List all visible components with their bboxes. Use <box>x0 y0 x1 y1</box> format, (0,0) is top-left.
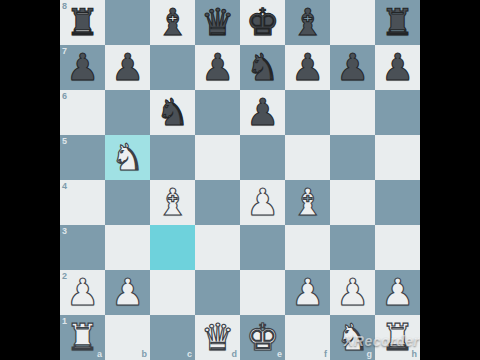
square-f2[interactable]: ♟ <box>285 270 330 315</box>
file-label-h: h <box>412 349 418 359</box>
square-a4[interactable]: 4 <box>60 180 105 225</box>
white-rook-a1[interactable]: ♜ <box>66 315 99 360</box>
square-c5[interactable] <box>150 135 195 180</box>
black-rook-h8[interactable]: ♜ <box>381 0 414 45</box>
white-pawn-b2[interactable]: ♟ <box>111 270 144 315</box>
rank-label-7: 7 <box>62 46 67 56</box>
file-label-c: c <box>187 349 192 359</box>
white-pawn-h2[interactable]: ♟ <box>381 270 414 315</box>
rank-label-3: 3 <box>62 226 67 236</box>
black-pawn-d7[interactable]: ♟ <box>201 45 234 90</box>
square-h5[interactable] <box>375 135 420 180</box>
square-f5[interactable] <box>285 135 330 180</box>
square-b4[interactable] <box>105 180 150 225</box>
black-pawn-g7[interactable]: ♟ <box>336 45 369 90</box>
black-king-e8[interactable]: ♚ <box>246 0 279 45</box>
black-bishop-c8[interactable]: ♝ <box>156 0 189 45</box>
square-d1[interactable]: ♛d <box>195 315 240 360</box>
square-c6[interactable]: ♞ <box>150 90 195 135</box>
file-label-g: g <box>367 349 373 359</box>
rank-label-8: 8 <box>62 1 67 11</box>
white-rook-h1[interactable]: ♜ <box>381 315 414 360</box>
square-g1[interactable]: ♞g <box>330 315 375 360</box>
square-g4[interactable] <box>330 180 375 225</box>
square-h1[interactable]: ♜h <box>375 315 420 360</box>
square-c4[interactable]: ♝ <box>150 180 195 225</box>
square-d7[interactable]: ♟ <box>195 45 240 90</box>
black-bishop-f8[interactable]: ♝ <box>291 0 324 45</box>
white-knight-g1[interactable]: ♞ <box>336 315 369 360</box>
video-frame: ♜8♝♛♚♝♜♟7♟♟♞♟♟♟6♞♟5♞4♝♟♝3♟2♟♟♟♟♜1abc♛d♚e… <box>0 0 480 360</box>
square-g8[interactable] <box>330 0 375 45</box>
square-h8[interactable]: ♜ <box>375 0 420 45</box>
square-h4[interactable] <box>375 180 420 225</box>
letterbox-right <box>420 0 480 360</box>
square-e8[interactable]: ♚ <box>240 0 285 45</box>
white-pawn-f2[interactable]: ♟ <box>291 270 324 315</box>
square-d6[interactable] <box>195 90 240 135</box>
square-c2[interactable] <box>150 270 195 315</box>
black-pawn-h7[interactable]: ♟ <box>381 45 414 90</box>
square-f1[interactable]: f <box>285 315 330 360</box>
square-e2[interactable] <box>240 270 285 315</box>
square-d2[interactable] <box>195 270 240 315</box>
square-f4[interactable]: ♝ <box>285 180 330 225</box>
square-d5[interactable] <box>195 135 240 180</box>
black-pawn-e6[interactable]: ♟ <box>246 90 279 135</box>
white-pawn-e4[interactable]: ♟ <box>246 180 279 225</box>
square-e1[interactable]: ♚e <box>240 315 285 360</box>
square-a3[interactable]: 3 <box>60 225 105 270</box>
square-f7[interactable]: ♟ <box>285 45 330 90</box>
square-b1[interactable]: b <box>105 315 150 360</box>
black-pawn-b7[interactable]: ♟ <box>111 45 144 90</box>
square-e5[interactable] <box>240 135 285 180</box>
square-g3[interactable] <box>330 225 375 270</box>
file-label-d: d <box>232 349 238 359</box>
white-queen-d1[interactable]: ♛ <box>201 315 234 360</box>
black-queen-d8[interactable]: ♛ <box>201 0 234 45</box>
black-knight-c6[interactable]: ♞ <box>156 90 189 135</box>
square-f8[interactable]: ♝ <box>285 0 330 45</box>
square-c7[interactable] <box>150 45 195 90</box>
square-b3[interactable] <box>105 225 150 270</box>
square-e3[interactable] <box>240 225 285 270</box>
square-a2[interactable]: ♟2 <box>60 270 105 315</box>
square-h6[interactable] <box>375 90 420 135</box>
square-d3[interactable] <box>195 225 240 270</box>
square-a1[interactable]: ♜1a <box>60 315 105 360</box>
square-a5[interactable]: 5 <box>60 135 105 180</box>
square-a6[interactable]: 6 <box>60 90 105 135</box>
white-bishop-c4[interactable]: ♝ <box>156 180 189 225</box>
file-label-a: a <box>97 349 102 359</box>
black-pawn-a7[interactable]: ♟ <box>66 45 99 90</box>
square-g6[interactable] <box>330 90 375 135</box>
square-f3[interactable] <box>285 225 330 270</box>
square-b8[interactable] <box>105 0 150 45</box>
black-pawn-f7[interactable]: ♟ <box>291 45 324 90</box>
square-a7[interactable]: ♟7 <box>60 45 105 90</box>
file-label-b: b <box>142 349 148 359</box>
white-king-e1[interactable]: ♚ <box>246 315 279 360</box>
square-b5[interactable]: ♞ <box>105 135 150 180</box>
square-d8[interactable]: ♛ <box>195 0 240 45</box>
white-pawn-g2[interactable]: ♟ <box>336 270 369 315</box>
file-label-f: f <box>324 349 327 359</box>
rank-label-5: 5 <box>62 136 67 146</box>
square-b7[interactable]: ♟ <box>105 45 150 90</box>
black-rook-a8[interactable]: ♜ <box>66 0 99 45</box>
rank-label-2: 2 <box>62 271 67 281</box>
square-a8[interactable]: ♜8 <box>60 0 105 45</box>
square-b6[interactable] <box>105 90 150 135</box>
square-c8[interactable]: ♝ <box>150 0 195 45</box>
square-e6[interactable]: ♟ <box>240 90 285 135</box>
square-c1[interactable]: c <box>150 315 195 360</box>
square-h7[interactable]: ♟ <box>375 45 420 90</box>
letterbox-left <box>0 0 60 360</box>
black-knight-e7[interactable]: ♞ <box>246 45 279 90</box>
square-e7[interactable]: ♞ <box>240 45 285 90</box>
chess-board: ♜8♝♛♚♝♜♟7♟♟♞♟♟♟6♞♟5♞4♝♟♝3♟2♟♟♟♟♜1abc♛d♚e… <box>60 0 420 360</box>
white-knight-b5[interactable]: ♞ <box>111 135 144 180</box>
square-c3[interactable] <box>150 225 195 270</box>
square-b2[interactable]: ♟ <box>105 270 150 315</box>
square-g5[interactable] <box>330 135 375 180</box>
rank-label-4: 4 <box>62 181 67 191</box>
rank-label-1: 1 <box>62 316 67 326</box>
square-g7[interactable]: ♟ <box>330 45 375 90</box>
square-d4[interactable] <box>195 180 240 225</box>
square-h3[interactable] <box>375 225 420 270</box>
rank-label-6: 6 <box>62 91 67 101</box>
white-bishop-f4[interactable]: ♝ <box>291 180 324 225</box>
square-h2[interactable]: ♟ <box>375 270 420 315</box>
square-f6[interactable] <box>285 90 330 135</box>
white-pawn-a2[interactable]: ♟ <box>66 270 99 315</box>
square-g2[interactable]: ♟ <box>330 270 375 315</box>
square-e4[interactable]: ♟ <box>240 180 285 225</box>
file-label-e: e <box>277 349 282 359</box>
